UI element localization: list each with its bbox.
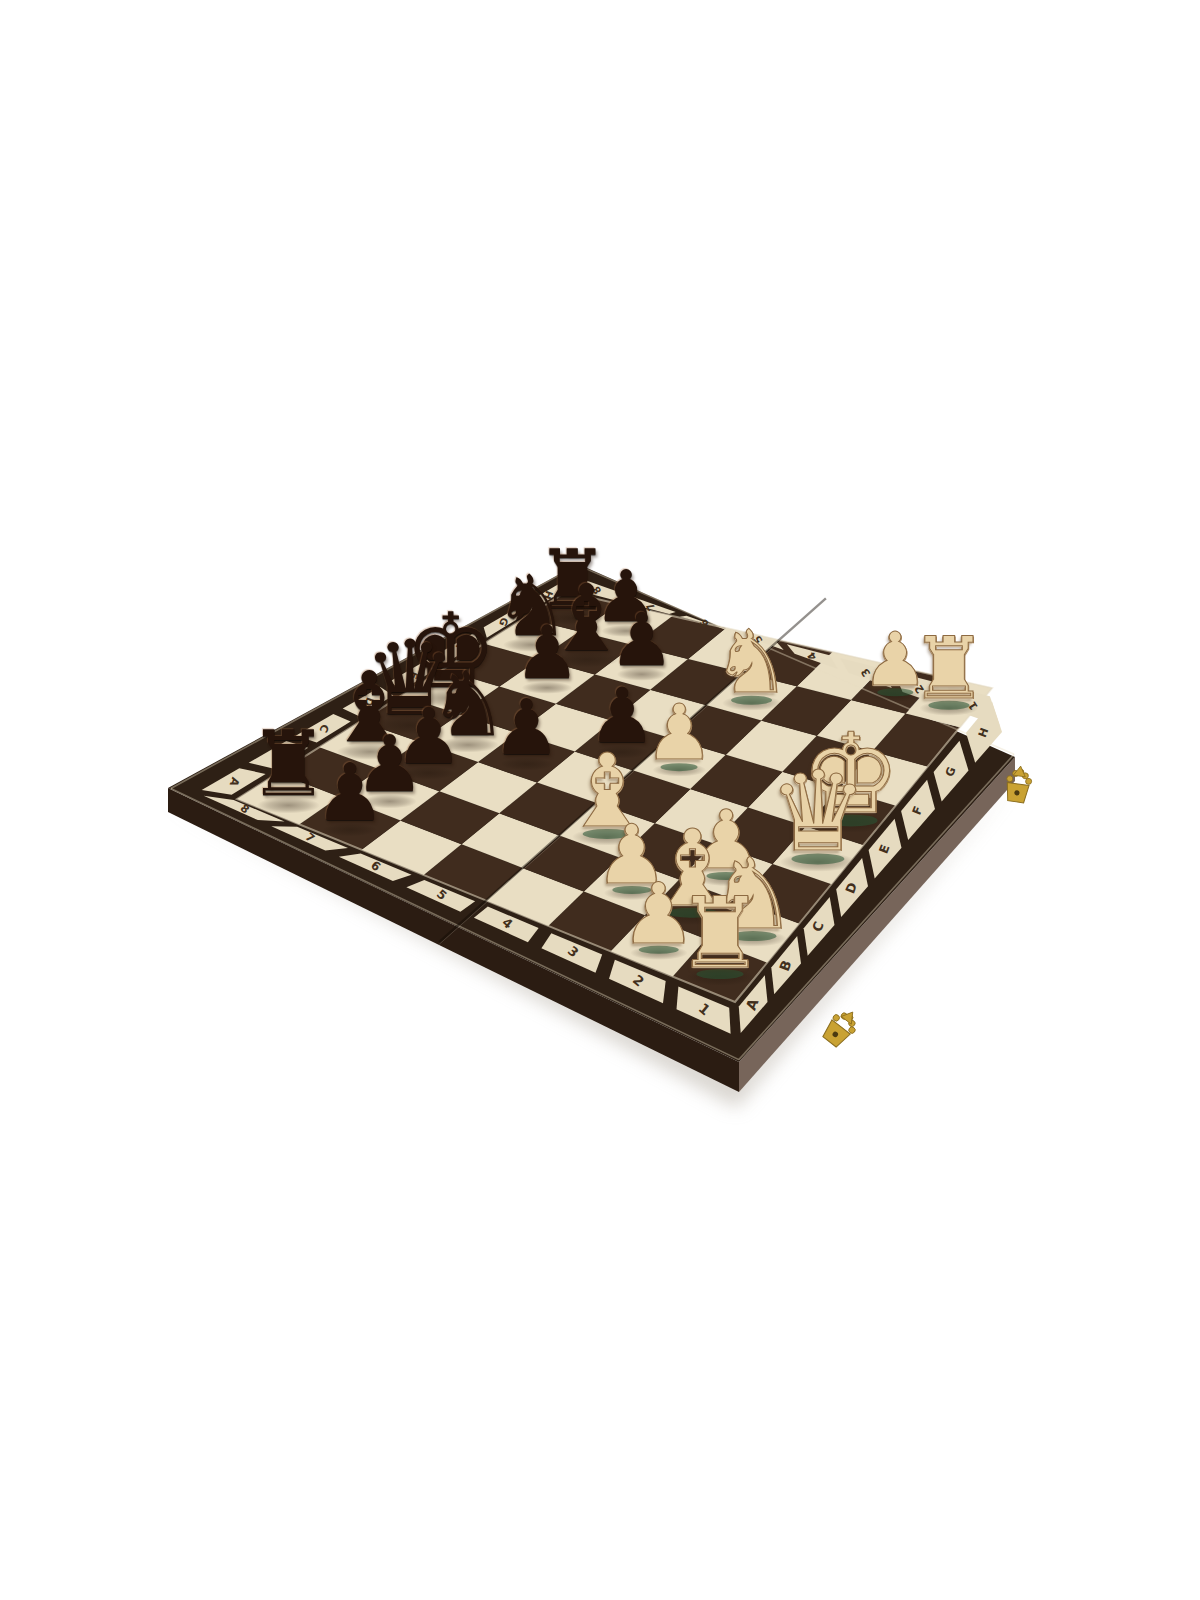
black-pawn-a7[interactable]: ♟: [315, 753, 386, 832]
white-rook-a1[interactable]: ♜: [676, 884, 764, 982]
black-pawn-g6[interactable]: ♟: [609, 603, 675, 676]
white-rook-h1[interactable]: ♜: [911, 626, 988, 712]
white-knight-g4[interactable]: ♞: [712, 619, 790, 706]
white-pawn-e4[interactable]: ♟: [645, 695, 714, 772]
black-pawn-f7[interactable]: ♟: [514, 616, 580, 690]
black-pawn-d6[interactable]: ♟: [492, 690, 561, 767]
bottom-edge-clasp: [820, 1004, 864, 1050]
board-photo-canvas: 12345678ABCDEFGHABCDEFGH12345678 ♜♟♞♝♟♟♟…: [0, 0, 1200, 1600]
